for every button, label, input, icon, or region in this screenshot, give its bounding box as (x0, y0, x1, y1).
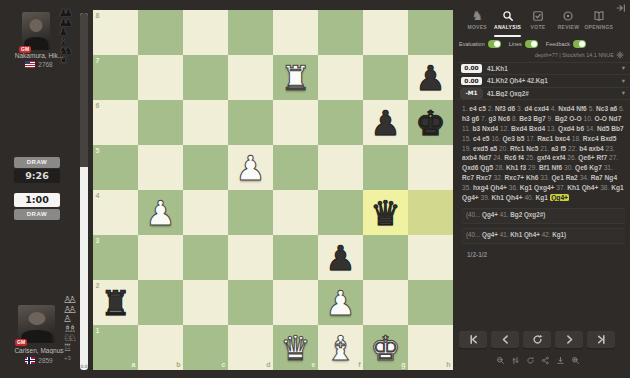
move-number: 8. (512, 115, 518, 122)
move[interactable]: f5 (560, 145, 566, 152)
move-number: 31. (604, 164, 613, 171)
move-number: 3. (517, 105, 523, 112)
analysis-toggles: EvaluationLinesFeedback (458, 37, 630, 48)
jump-to-start-button[interactable] (459, 331, 487, 348)
move[interactable]: f3 (520, 164, 526, 171)
player-name-top: Nakamura, Hik... (0, 52, 78, 59)
move[interactable]: d6 (508, 105, 516, 112)
eval-badge: 0.00 (461, 64, 482, 73)
player-rating-row-top: 2768 (0, 61, 78, 68)
norway-flag-icon (25, 357, 35, 364)
square-a6[interactable]: 6 (93, 100, 138, 145)
move-number: 6. (619, 105, 625, 112)
move[interactable]: Kg1 (611, 184, 623, 191)
move[interactable]: Qe3 (502, 135, 514, 142)
move[interactable]: Rfc1 (510, 145, 524, 152)
reset-button[interactable] (523, 331, 551, 348)
toggle-label-evaluation: Evaluation (459, 41, 485, 47)
move[interactable]: O-O (595, 115, 607, 122)
piece-white-p-f2[interactable]: ♟ (318, 280, 363, 325)
player-avatar-top: GM (22, 12, 50, 50)
move-number: 16. (491, 135, 500, 142)
toggle-switch-lines[interactable] (525, 40, 538, 48)
square-a8[interactable]: 8 (93, 10, 138, 55)
rank-label-5: 5 (96, 147, 100, 154)
zoom-out-icon[interactable] (496, 356, 505, 365)
move[interactable]: Bxd4 (511, 125, 527, 132)
share-icon[interactable] (541, 356, 550, 365)
board-tools (460, 356, 615, 365)
move-number: 38. (600, 184, 609, 191)
move-number: 19. (462, 145, 471, 152)
chess-board[interactable]: 87♜♟6♟♚5♟4♟♛3♟2♜♟1abcde♛f♝g♚h (93, 10, 453, 370)
move[interactable]: Bxd4 (529, 125, 545, 132)
move[interactable]: axb4 (462, 154, 477, 161)
move[interactable]: Rxc7 (476, 174, 492, 181)
square-g6[interactable]: ♟ (363, 100, 408, 145)
move[interactable]: Qh4+ (524, 231, 540, 238)
square-d8[interactable] (228, 10, 273, 55)
square-c2[interactable] (183, 280, 228, 325)
player-avatar-bottom: GM (18, 305, 55, 343)
square-f7[interactable] (318, 55, 363, 100)
square-d1[interactable]: d (228, 325, 273, 370)
move[interactable]: Qg4+ (482, 211, 498, 218)
move[interactable]: a3 (551, 145, 558, 152)
move[interactable]: Bg2 (510, 211, 522, 218)
square-f4[interactable] (318, 190, 363, 235)
move[interactable]: Bxd5 (600, 135, 616, 142)
player-rating-bottom: 2859 (38, 357, 52, 364)
move[interactable]: h3 (462, 115, 470, 122)
piece-black-p-g6[interactable]: ♟ (363, 100, 408, 145)
square-d2[interactable] (228, 280, 273, 325)
move-number: 17. (526, 135, 535, 142)
clock-white: 1:00 (14, 193, 60, 207)
move[interactable]: c5 (479, 105, 486, 112)
square-h1[interactable]: h (408, 325, 453, 370)
move-number: 10. (584, 115, 593, 122)
move[interactable]: Kg7 (589, 164, 601, 171)
move[interactable]: Bg7 (533, 115, 545, 122)
us-flag-icon (25, 61, 35, 68)
openings-icon (593, 9, 605, 22)
file-label-d: d (266, 361, 270, 368)
engine-settings-gear-icon[interactable] (616, 51, 624, 59)
square-f6[interactable] (318, 100, 363, 145)
move[interactable]: e4 (469, 105, 476, 112)
main-line-moves: 1. e4 c5 2. Nf3 d6 3. d4 cxd4 4. Nxd4 Nf… (462, 104, 625, 203)
square-e8[interactable] (273, 10, 318, 55)
square-g1[interactable]: g♚ (363, 325, 408, 370)
move-number: 13. (547, 125, 556, 132)
piece-white-p-b4[interactable]: ♟ (138, 190, 183, 235)
toggle-switch-evaluation[interactable] (488, 40, 501, 48)
move[interactable]: Kh1 (510, 231, 522, 238)
move[interactable]: Qh4+ (490, 184, 507, 191)
move[interactable]: b6 (576, 125, 584, 132)
square-a5[interactable]: 5 (93, 145, 138, 190)
collapse-panel-icon[interactable] (616, 3, 626, 13)
move-number: 20. (499, 145, 508, 152)
move[interactable]: Bb7 (611, 125, 623, 132)
square-h2[interactable] (408, 280, 453, 325)
square-c3[interactable] (183, 235, 228, 280)
move[interactable]: Qe6 (575, 164, 587, 171)
rank-label-7: 7 (96, 57, 100, 64)
move[interactable]: Qxg4+ (534, 184, 554, 191)
zoom-in-icon[interactable] (571, 356, 580, 365)
next-move-button[interactable] (555, 331, 583, 348)
player-rating-row-bottom: 2859 (0, 357, 78, 364)
move[interactable]: Nd7 (479, 154, 491, 161)
rank-label-4: 4 (96, 192, 100, 199)
variation-line-2: (40... Qg4+ 41. Kh1 Qh4+ 42. Kg1) (462, 228, 625, 244)
draw-offer-button-bottom[interactable]: DRAW (14, 209, 60, 220)
move[interactable]: Qh4+ (582, 184, 599, 191)
tab-analysis[interactable]: ANALYSIS (492, 9, 522, 37)
move[interactable]: axb4 (589, 145, 604, 152)
move[interactable]: bxc4 (555, 135, 570, 142)
tab-label: VOTE (531, 24, 546, 30)
tab-label: OPENINGS (584, 24, 613, 30)
move[interactable]: e5 (482, 135, 489, 142)
piece-white-k-g1[interactable]: ♚ (363, 325, 408, 370)
move[interactable]: Bf1 (539, 164, 550, 171)
square-a4[interactable]: 4 (93, 190, 138, 235)
square-e7[interactable]: ♜ (273, 55, 318, 100)
move[interactable]: b4 (579, 145, 587, 152)
square-b4[interactable]: ♟ (138, 190, 183, 235)
toggle-switch-feedback[interactable] (573, 40, 586, 48)
square-d7[interactable] (228, 55, 273, 100)
player-name-bottom: Carlsen, Magnus (0, 347, 78, 354)
square-e2[interactable] (273, 280, 318, 325)
engine-lines: 0.0041.Kh1▾0.0041.Kh2 Qh4+ 42.Kg1▾-M141.… (458, 62, 630, 101)
move-number: 9. (548, 115, 554, 122)
move-number: 32. (494, 174, 503, 181)
square-a7[interactable]: 7 (93, 55, 138, 100)
move-number: 2. (488, 105, 494, 112)
gm-title-badge: GM (19, 46, 31, 53)
move[interactable]: Qe6+ (578, 154, 594, 161)
move-number: 22. (568, 145, 577, 152)
chess-analysis-app: GM ♟♟♟♟♟♝♞♞♜ Nakamura, Hik... 2768 DRAW … (0, 0, 630, 378)
square-e3[interactable] (273, 235, 318, 280)
move[interactable]: Be3 (519, 115, 531, 122)
move[interactable]: Nf6 (552, 164, 563, 171)
piece-black-q-g4[interactable]: ♛ (363, 190, 408, 235)
square-c6[interactable] (183, 100, 228, 145)
panel-tabs: ♞MOVESANALYSISVOTEREVIEWOPENINGS (458, 0, 630, 37)
square-b7[interactable] (138, 55, 183, 100)
move-number: 4. (551, 105, 557, 112)
piece-white-q-e1[interactable]: ♛ (273, 325, 318, 370)
square-e6[interactable] (273, 100, 318, 145)
move[interactable]: cxd4 (534, 105, 549, 112)
piece-black-p-h7[interactable]: ♟ (408, 55, 453, 100)
toggle-label-feedback: Feedback (546, 41, 570, 47)
move[interactable]: Nd7 (609, 115, 621, 122)
piece-white-b-f1[interactable]: ♝ (318, 325, 363, 370)
move[interactable]: Qxd4 (558, 125, 575, 132)
move[interactable]: Nf6 (576, 105, 587, 112)
move[interactable]: Kh1 (492, 194, 504, 201)
engine-line-2[interactable]: 0.0041.Kh2 Qh4+ 42.Kg1▾ (458, 75, 630, 88)
square-b6[interactable] (138, 100, 183, 145)
move-number: 18. (572, 135, 581, 142)
square-f1[interactable]: f♝ (318, 325, 363, 370)
move[interactable]: Nxd4 (558, 105, 574, 112)
piece-black-k-h6[interactable]: ♚ (408, 100, 453, 145)
move[interactable]: Rxc7+ (505, 174, 525, 181)
move[interactable]: O-O (569, 115, 581, 122)
expand-line-caret-icon[interactable]: ▾ (622, 77, 630, 85)
move[interactable]: Nd5 (597, 125, 609, 132)
square-g4[interactable]: ♛ (363, 190, 408, 235)
gm-title-badge: GM (15, 339, 27, 346)
square-g3[interactable] (363, 235, 408, 280)
move[interactable]: Qh4+ (506, 194, 523, 201)
move-number: 24. (493, 154, 502, 161)
move[interactable]: a6 (610, 105, 617, 112)
engine-line-moves: 41.Kh1 (487, 65, 622, 72)
square-a1[interactable]: 1a (93, 325, 138, 370)
move-number: 42. (542, 231, 551, 238)
move[interactable]: Qg4+ (462, 194, 479, 201)
move[interactable]: Kh1 (506, 164, 518, 171)
square-b5[interactable] (138, 145, 183, 190)
square-h3[interactable] (408, 235, 453, 280)
player-rating-top: 2768 (38, 61, 52, 68)
move[interactable]: Qg4+ (482, 231, 498, 238)
move[interactable]: Kg1 (535, 194, 547, 201)
square-h8[interactable] (408, 10, 453, 55)
toggle-label-lines: Lines (509, 41, 522, 47)
piece-black-p-f3[interactable]: ♟ (318, 235, 363, 280)
square-d5[interactable]: ♟ (228, 145, 273, 190)
tab-vote[interactable]: VOTE (523, 9, 553, 37)
move[interactable]: b5 (517, 135, 525, 142)
evaluation-bar: 0.0 (80, 13, 88, 370)
move-number: 21. (540, 145, 549, 152)
move[interactable]: hxg4 (473, 184, 488, 191)
move-number: 1. (462, 105, 468, 112)
piece-black-r-a2[interactable]: ♜ (93, 280, 138, 325)
square-f3[interactable]: ♟ (318, 235, 363, 280)
move[interactable]: Qxd6 (462, 164, 479, 171)
analysis-panel: ♞MOVESANALYSISVOTEREVIEWOPENINGS Evaluat… (458, 0, 630, 378)
move-number: 15. (462, 135, 471, 142)
square-h4[interactable] (408, 190, 453, 235)
move[interactable]: c4 (473, 135, 480, 142)
move[interactable]: Ra7 (591, 174, 603, 181)
move-number: 14. (586, 125, 595, 132)
square-h7[interactable]: ♟ (408, 55, 453, 100)
square-c5[interactable] (183, 145, 228, 190)
previous-move-button[interactable] (491, 331, 519, 348)
move[interactable]: exf4 (552, 154, 565, 161)
move-number: 11. (462, 125, 471, 132)
expand-line-caret-icon[interactable]: ▾ (622, 64, 630, 72)
move-number: 41. (500, 231, 509, 238)
move[interactable]: gxf4 (537, 154, 551, 161)
square-c4[interactable] (183, 190, 228, 235)
piece-white-p-d5[interactable]: ♟ (228, 145, 273, 190)
square-g5[interactable] (363, 145, 408, 190)
square-a3[interactable]: 3 (93, 235, 138, 280)
tab-label: ANALYSIS (494, 24, 521, 30)
square-b8[interactable] (138, 10, 183, 55)
flip-board-icon[interactable] (511, 356, 520, 365)
evaluation-value: 0.0 (80, 364, 88, 369)
move-number: 30. (564, 164, 573, 171)
move[interactable]: Qe1 (551, 174, 563, 181)
square-a2[interactable]: 2♜ (93, 280, 138, 325)
square-e1[interactable]: e♛ (273, 325, 318, 370)
move-number: 35. (462, 184, 471, 191)
square-c7[interactable] (183, 55, 228, 100)
move[interactable]: Kh6 (526, 174, 538, 181)
move[interactable]: Ng4 (605, 174, 617, 181)
square-h5[interactable] (408, 145, 453, 190)
move-number: 26. (567, 154, 576, 161)
move[interactable]: Kh1 (567, 184, 579, 191)
square-e4[interactable] (273, 190, 318, 235)
move-navigation (459, 331, 615, 348)
square-f5[interactable] (318, 145, 363, 190)
tab-label: REVIEW (558, 24, 580, 30)
tab-moves[interactable]: ♞MOVES (462, 9, 492, 37)
move[interactable]: Kg1 (520, 184, 532, 191)
move[interactable]: Rc6 (504, 154, 516, 161)
engine-status-text: depth=77 | Stockfish 14.1 NNUE (535, 52, 614, 58)
square-b2[interactable] (138, 280, 183, 325)
variation-line-1: (40... Qg4+ 41. Bg2 Qxg2#) (462, 208, 625, 224)
move-list: 1. e4 c5 2. Nf3 d6 3. d4 cxd4 4. Nxd4 Nf… (458, 100, 630, 259)
vote-icon (532, 9, 544, 22)
move[interactable]: a5 (490, 145, 497, 152)
move[interactable]: f4 (518, 154, 524, 161)
move[interactable]: Ra2 (566, 174, 578, 181)
square-g8[interactable] (363, 10, 408, 55)
expand-line-caret-icon[interactable]: ▾ (622, 89, 630, 97)
move-number: 41. (500, 211, 509, 218)
file-label-c: c (222, 361, 226, 368)
current-move[interactable]: Qg4+ (550, 194, 570, 201)
move[interactable]: Kg1) (552, 231, 566, 238)
review-icon (562, 9, 574, 22)
engine-status: depth=77 | Stockfish 14.1 NNUE (458, 48, 630, 62)
move-number: (40... (466, 231, 480, 238)
move[interactable]: Nxd4 (482, 125, 498, 132)
move[interactable]: Rxc4 (583, 135, 599, 142)
tab-label: MOVES (467, 24, 487, 30)
move[interactable]: g6 (472, 115, 480, 122)
eval-badge: 0.00 (461, 77, 482, 86)
move[interactable]: Nc3 (596, 105, 608, 112)
square-d3[interactable] (228, 235, 273, 280)
square-f2[interactable]: ♟ (318, 280, 363, 325)
move-number: (40... (466, 211, 480, 218)
move[interactable]: Rac1 (537, 135, 553, 142)
square-e5[interactable] (273, 145, 318, 190)
evaluation-bar-black (80, 13, 88, 167)
square-c8[interactable] (183, 10, 228, 55)
move[interactable]: Qxg2#) (524, 211, 545, 218)
move-number: 39. (481, 194, 490, 201)
draw-offer-button-top[interactable]: DRAW (14, 157, 60, 168)
move-number: 29. (528, 164, 537, 171)
square-b1[interactable]: b (138, 325, 183, 370)
move[interactable]: Nc5 (526, 145, 538, 152)
move-number: 36. (509, 184, 518, 191)
rotate-refresh-icon[interactable] (526, 356, 535, 365)
game-result: 1/2-1/2 (462, 244, 625, 260)
move-number: 28. (495, 164, 504, 171)
move[interactable]: Rc7 (462, 174, 474, 181)
square-b3[interactable] (138, 235, 183, 280)
move[interactable]: g3 (488, 115, 496, 122)
rank-label-6: 6 (96, 102, 100, 109)
move-number: 33. (540, 174, 549, 181)
square-g7[interactable] (363, 55, 408, 100)
square-d6[interactable] (228, 100, 273, 145)
tab-review[interactable]: REVIEW (553, 9, 583, 37)
move-number: 12. (500, 125, 509, 132)
move[interactable]: b3 (473, 125, 481, 132)
eval-badge: -M1 (461, 89, 482, 98)
engine-line-moves: 41.Bg2 Qxg2# (487, 90, 622, 97)
square-g2[interactable] (363, 280, 408, 325)
file-label-a: a (132, 361, 136, 368)
move[interactable]: Qg5 (480, 164, 493, 171)
move-number: 5. (589, 105, 595, 112)
square-f8[interactable] (318, 10, 363, 55)
file-label-b: b (176, 361, 180, 368)
engine-line-1[interactable]: 0.0041.Kh1▾ (458, 63, 630, 76)
rank-label-3: 3 (96, 237, 100, 244)
move-number: 7. (481, 115, 487, 122)
clock-black: 9:26 (14, 169, 60, 183)
move[interactable]: d4 (524, 105, 532, 112)
square-h6[interactable]: ♚ (408, 100, 453, 145)
jump-to-end-button[interactable] (587, 331, 615, 348)
rank-label-1: 1 (96, 327, 100, 334)
tab-openings[interactable]: OPENINGS (584, 9, 614, 37)
move[interactable]: Rf7 (597, 154, 608, 161)
square-d4[interactable] (228, 190, 273, 235)
engine-line-moves: 41.Kh2 Qh4+ 42.Kg1 (487, 77, 622, 84)
move[interactable]: Nc6 (498, 115, 510, 122)
move[interactable]: exd5 (473, 145, 488, 152)
analysis-icon (502, 9, 514, 22)
square-c1[interactable]: c (183, 325, 228, 370)
file-label-h: h (446, 361, 450, 368)
move-number: 23. (606, 145, 615, 152)
move-number: 25. (526, 154, 535, 161)
move[interactable]: Bg2 (555, 115, 567, 122)
download-icon[interactable] (556, 356, 565, 365)
move-number: 37. (556, 184, 565, 191)
engine-line-3[interactable]: -M141.Bg2 Qxg2#▾ (458, 88, 630, 101)
move-number: 34. (580, 174, 589, 181)
rank-label-8: 8 (96, 12, 100, 19)
move-number: 40. (524, 194, 533, 201)
move[interactable]: Nf3 (495, 105, 506, 112)
piece-white-r-e7[interactable]: ♜ (273, 55, 318, 100)
moves-icon: ♞ (471, 9, 483, 22)
